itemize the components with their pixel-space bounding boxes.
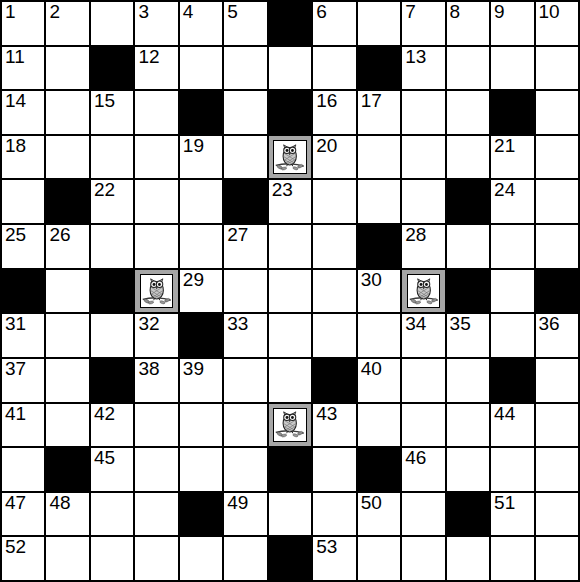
letter-cell-r4c8[interactable] (358, 180, 400, 223)
letter-cell-r1c1[interactable] (46, 47, 88, 90)
letter-cell-r8c10[interactable] (447, 359, 489, 402)
letter-cell-r2c0[interactable]: 14 (2, 91, 44, 134)
clue-number: 13 (405, 47, 426, 68)
letter-cell-r6c4[interactable]: 29 (180, 270, 222, 313)
clue-number: 15 (94, 91, 115, 112)
letter-cell-r12c5[interactable] (224, 537, 266, 580)
letter-cell-r9c2[interactable]: 42 (91, 404, 133, 447)
letter-cell-r4c2[interactable]: 22 (91, 180, 133, 223)
letter-cell-r3c4[interactable]: 19 (180, 136, 222, 179)
letter-cell-r4c4[interactable] (180, 180, 222, 223)
block-cell-r2c6 (269, 91, 311, 134)
letter-cell-r9c9[interactable] (402, 404, 444, 447)
clue-number: 51 (494, 493, 515, 514)
letter-cell-r7c9[interactable]: 34 (402, 314, 444, 357)
letter-cell-r8c8[interactable]: 40 (358, 359, 400, 402)
letter-cell-r12c1[interactable] (46, 537, 88, 580)
letter-cell-r9c7[interactable]: 43 (313, 404, 355, 447)
letter-cell-r6c6[interactable] (269, 270, 311, 313)
letter-cell-r2c5[interactable] (224, 91, 266, 134)
letter-cell-r12c8[interactable] (358, 537, 400, 580)
owl-icon (408, 275, 439, 308)
letter-cell-r12c9[interactable] (402, 537, 444, 580)
owl-icon (274, 141, 305, 174)
letter-cell-r5c10[interactable] (447, 225, 489, 268)
letter-cell-r9c10[interactable] (447, 404, 489, 447)
letter-cell-r12c2[interactable] (91, 537, 133, 580)
clue-number: 14 (5, 91, 26, 112)
letter-cell-r4c11[interactable]: 24 (491, 180, 533, 223)
letter-cell-r5c0[interactable]: 25 (2, 225, 44, 268)
letter-cell-r1c9[interactable]: 13 (402, 47, 444, 90)
letter-cell-r9c0[interactable]: 41 (2, 404, 44, 447)
letter-cell-r5c12[interactable] (536, 225, 578, 268)
block-cell-r6c12 (536, 270, 578, 313)
letter-cell-r4c7[interactable] (313, 180, 355, 223)
owl-icon (274, 408, 305, 441)
clue-number: 18 (5, 136, 26, 157)
letter-cell-r5c3[interactable] (135, 225, 177, 268)
letter-cell-r0c7[interactable]: 6 (313, 2, 355, 45)
letter-cell-r7c3[interactable]: 32 (135, 314, 177, 357)
letter-cell-r5c6[interactable] (269, 225, 311, 268)
clue-number: 4 (183, 2, 194, 23)
clue-number: 16 (316, 91, 337, 112)
block-cell-r0c6 (269, 2, 311, 45)
letter-cell-r1c10[interactable] (447, 47, 489, 90)
letter-cell-r11c12[interactable] (536, 493, 578, 536)
clue-number: 37 (5, 359, 26, 380)
clue-number: 19 (183, 136, 204, 157)
block-cell-r4c10 (447, 180, 489, 223)
letter-cell-r3c8[interactable] (358, 136, 400, 179)
letter-cell-r2c9[interactable] (402, 91, 444, 134)
letter-cell-r3c0[interactable]: 18 (2, 136, 44, 179)
clue-number: 1 (5, 2, 16, 23)
owl-cell-r3c6 (269, 136, 311, 179)
owl-frame (273, 408, 306, 442)
letter-cell-r7c8[interactable] (358, 314, 400, 357)
letter-cell-r10c9[interactable]: 46 (402, 448, 444, 491)
letter-cell-r2c10[interactable] (447, 91, 489, 134)
letter-cell-r0c0[interactable]: 1 (2, 2, 44, 45)
letter-cell-r4c9[interactable] (402, 180, 444, 223)
clue-number: 8 (450, 2, 461, 23)
owl-frame (140, 274, 173, 308)
block-cell-r6c0 (2, 270, 44, 313)
block-cell-r4c1 (46, 180, 88, 223)
clue-number: 53 (316, 537, 337, 558)
block-cell-r10c8 (358, 448, 400, 491)
letter-cell-r3c5[interactable] (224, 136, 266, 179)
clue-number: 17 (361, 91, 382, 112)
letter-cell-r12c0[interactable]: 52 (2, 537, 44, 580)
clue-number: 45 (94, 448, 115, 469)
clue-number: 11 (5, 47, 25, 68)
letter-cell-r5c1[interactable]: 26 (46, 225, 88, 268)
letter-cell-r3c10[interactable] (447, 136, 489, 179)
letter-cell-r4c6[interactable]: 23 (269, 180, 311, 223)
clue-number: 46 (405, 448, 426, 469)
letter-cell-r4c0[interactable] (2, 180, 44, 223)
clue-number: 33 (227, 314, 248, 335)
letter-cell-r10c11[interactable] (491, 448, 533, 491)
clue-number: 30 (361, 270, 382, 291)
letter-cell-r1c12[interactable] (536, 47, 578, 90)
letter-cell-r10c12[interactable] (536, 448, 578, 491)
letter-cell-r6c11[interactable] (491, 270, 533, 313)
block-cell-r10c1 (46, 448, 88, 491)
letter-cell-r4c12[interactable] (536, 180, 578, 223)
block-cell-r12c6 (269, 537, 311, 580)
clue-number: 40 (361, 359, 382, 380)
block-cell-r7c4 (180, 314, 222, 357)
clue-number: 22 (94, 180, 115, 201)
letter-cell-r3c3[interactable] (135, 136, 177, 179)
letter-cell-r10c7[interactable] (313, 448, 355, 491)
letter-cell-r0c10[interactable]: 8 (447, 2, 489, 45)
block-cell-r4c5 (224, 180, 266, 223)
letter-cell-r10c4[interactable] (180, 448, 222, 491)
block-cell-r11c4 (180, 493, 222, 536)
letter-cell-r12c12[interactable] (536, 537, 578, 580)
clue-number: 41 (5, 404, 26, 425)
letter-cell-r6c7[interactable] (313, 270, 355, 313)
letter-cell-r6c5[interactable] (224, 270, 266, 313)
letter-cell-r8c5[interactable] (224, 359, 266, 402)
clue-number: 43 (316, 404, 337, 425)
letter-cell-r11c5[interactable]: 49 (224, 493, 266, 536)
clue-number: 31 (5, 314, 26, 335)
clue-number: 42 (94, 404, 115, 425)
clue-number: 24 (494, 180, 515, 201)
letter-cell-r12c10[interactable] (447, 537, 489, 580)
block-cell-r11c10 (447, 493, 489, 536)
block-cell-r10c6 (269, 448, 311, 491)
block-cell-r8c11 (491, 359, 533, 402)
letter-cell-r11c3[interactable] (135, 493, 177, 536)
letter-cell-r12c3[interactable] (135, 537, 177, 580)
letter-cell-r1c3[interactable]: 12 (135, 47, 177, 90)
letter-cell-r5c9[interactable]: 28 (402, 225, 444, 268)
letter-cell-r7c12[interactable]: 36 (536, 314, 578, 357)
letter-cell-r7c0[interactable]: 31 (2, 314, 44, 357)
clue-number: 38 (138, 359, 159, 380)
clue-number: 28 (405, 225, 426, 246)
clue-number: 36 (539, 314, 560, 335)
letter-cell-r11c2[interactable] (91, 493, 133, 536)
clue-number: 39 (183, 359, 204, 380)
letter-cell-r7c2[interactable] (91, 314, 133, 357)
owl-cell-r9c6 (269, 404, 311, 447)
clue-number: 25 (5, 225, 26, 246)
letter-cell-r7c11[interactable] (491, 314, 533, 357)
crossword-grid: 12345678910111213141516171819 (0, 0, 580, 582)
clue-number: 47 (5, 493, 26, 514)
clue-number: 34 (405, 314, 426, 335)
letter-cell-r3c9[interactable] (402, 136, 444, 179)
owl-icon (141, 275, 172, 308)
letter-cell-r8c3[interactable]: 38 (135, 359, 177, 402)
block-cell-r2c11 (491, 91, 533, 134)
letter-cell-r9c1[interactable] (46, 404, 88, 447)
clue-number: 29 (183, 270, 204, 291)
letter-cell-r11c9[interactable] (402, 493, 444, 536)
clue-number: 48 (49, 493, 70, 514)
letter-cell-r11c0[interactable]: 47 (2, 493, 44, 536)
letter-cell-r10c2[interactable]: 45 (91, 448, 133, 491)
letter-cell-r0c3[interactable]: 3 (135, 2, 177, 45)
letter-cell-r2c1[interactable] (46, 91, 88, 134)
letter-cell-r8c1[interactable] (46, 359, 88, 402)
letter-cell-r3c7[interactable]: 20 (313, 136, 355, 179)
clue-number: 3 (138, 2, 149, 23)
letter-cell-r2c8[interactable]: 17 (358, 91, 400, 134)
letter-cell-r7c5[interactable]: 33 (224, 314, 266, 357)
letter-cell-r0c8[interactable] (358, 2, 400, 45)
letter-cell-r5c7[interactable] (313, 225, 355, 268)
letter-cell-r10c10[interactable] (447, 448, 489, 491)
letter-cell-r2c12[interactable] (536, 91, 578, 134)
letter-cell-r1c0[interactable]: 11 (2, 47, 44, 90)
block-cell-r8c7 (313, 359, 355, 402)
clue-number: 21 (494, 136, 515, 157)
clue-number: 35 (450, 314, 471, 335)
letter-cell-r1c5[interactable] (224, 47, 266, 90)
letter-cell-r9c12[interactable] (536, 404, 578, 447)
letter-cell-r11c6[interactable] (269, 493, 311, 536)
block-cell-r5c8 (358, 225, 400, 268)
letter-cell-r1c6[interactable] (269, 47, 311, 90)
clue-number: 12 (138, 47, 159, 68)
letter-cell-r9c3[interactable] (135, 404, 177, 447)
letter-cell-r6c8[interactable]: 30 (358, 270, 400, 313)
clue-number: 44 (494, 404, 515, 425)
clue-number: 27 (227, 225, 248, 246)
letter-cell-r3c12[interactable] (536, 136, 578, 179)
letter-cell-r8c9[interactable] (402, 359, 444, 402)
letter-cell-r5c4[interactable] (180, 225, 222, 268)
letter-cell-r0c5[interactable]: 5 (224, 2, 266, 45)
letter-cell-r5c2[interactable] (91, 225, 133, 268)
letter-cell-r0c11[interactable]: 9 (491, 2, 533, 45)
letter-cell-r0c2[interactable] (91, 2, 133, 45)
block-cell-r6c10 (447, 270, 489, 313)
letter-cell-r12c4[interactable] (180, 537, 222, 580)
block-cell-r1c2 (91, 47, 133, 90)
letter-cell-r4c3[interactable] (135, 180, 177, 223)
letter-cell-r2c2[interactable]: 15 (91, 91, 133, 134)
letter-cell-r7c6[interactable] (269, 314, 311, 357)
letter-cell-r2c3[interactable] (135, 91, 177, 134)
block-cell-r2c4 (180, 91, 222, 134)
letter-cell-r1c7[interactable] (313, 47, 355, 90)
letter-cell-r0c1[interactable]: 2 (46, 2, 88, 45)
letter-cell-r3c1[interactable] (46, 136, 88, 179)
letter-cell-r10c5[interactable] (224, 448, 266, 491)
letter-cell-r8c0[interactable]: 37 (2, 359, 44, 402)
clue-number: 5 (227, 2, 238, 23)
letter-cell-r9c11[interactable]: 44 (491, 404, 533, 447)
letter-cell-r9c4[interactable] (180, 404, 222, 447)
clue-number: 32 (138, 314, 159, 335)
letter-cell-r0c4[interactable]: 4 (180, 2, 222, 45)
clue-number: 23 (272, 180, 293, 201)
clue-number: 26 (49, 225, 70, 246)
clue-number: 20 (316, 136, 337, 157)
letter-cell-r9c5[interactable] (224, 404, 266, 447)
letter-cell-r8c6[interactable] (269, 359, 311, 402)
letter-cell-r11c7[interactable] (313, 493, 355, 536)
letter-cell-r8c4[interactable]: 39 (180, 359, 222, 402)
owl-frame (273, 140, 306, 174)
letter-cell-r3c11[interactable]: 21 (491, 136, 533, 179)
clue-number: 9 (494, 2, 505, 23)
letter-cell-r0c12[interactable]: 10 (536, 2, 578, 45)
letter-cell-r11c1[interactable]: 48 (46, 493, 88, 536)
clue-number: 6 (316, 2, 327, 23)
block-cell-r1c8 (358, 47, 400, 90)
letter-cell-r12c11[interactable] (491, 537, 533, 580)
letter-cell-r7c10[interactable]: 35 (447, 314, 489, 357)
clue-number: 49 (227, 493, 248, 514)
letter-cell-r12c7[interactable]: 53 (313, 537, 355, 580)
letter-cell-r5c11[interactable] (491, 225, 533, 268)
owl-cell-r6c3 (135, 270, 177, 313)
clue-number: 7 (405, 2, 416, 23)
block-cell-r8c2 (91, 359, 133, 402)
owl-cell-r6c9 (402, 270, 444, 313)
clue-number: 10 (539, 2, 560, 23)
letter-cell-r11c8[interactable]: 50 (358, 493, 400, 536)
letter-cell-r2c7[interactable]: 16 (313, 91, 355, 134)
letter-cell-r7c7[interactable] (313, 314, 355, 357)
letter-cell-r3c2[interactable] (91, 136, 133, 179)
letter-cell-r11c11[interactable]: 51 (491, 493, 533, 536)
letter-cell-r7c1[interactable] (46, 314, 88, 357)
letter-cell-r1c4[interactable] (180, 47, 222, 90)
owl-frame (407, 274, 440, 308)
letter-cell-r1c11[interactable] (491, 47, 533, 90)
block-cell-r6c2 (91, 270, 133, 313)
letter-cell-r10c3[interactable] (135, 448, 177, 491)
clue-number: 52 (5, 537, 26, 558)
letter-cell-r6c1[interactable] (46, 270, 88, 313)
letter-cell-r9c8[interactable] (358, 404, 400, 447)
letter-cell-r8c12[interactable] (536, 359, 578, 402)
clue-number: 2 (49, 2, 60, 23)
letter-cell-r10c0[interactable] (2, 448, 44, 491)
letter-cell-r5c5[interactable]: 27 (224, 225, 266, 268)
clue-number: 50 (361, 493, 382, 514)
letter-cell-r0c9[interactable]: 7 (402, 2, 444, 45)
